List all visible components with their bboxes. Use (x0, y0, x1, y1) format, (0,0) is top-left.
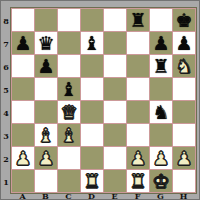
black-rook: ♜ (129, 9, 146, 31)
square-e4[interactable] (104, 101, 126, 123)
square-e2[interactable] (104, 147, 126, 169)
square-a3[interactable] (12, 124, 34, 146)
white-rook: ♜ (83, 170, 100, 192)
rank-label-2: 2 (1, 147, 11, 170)
square-b1[interactable] (35, 170, 57, 192)
square-g8[interactable] (150, 9, 172, 31)
square-g5[interactable] (150, 78, 172, 100)
square-b4[interactable] (35, 101, 57, 123)
square-e8[interactable] (104, 9, 126, 31)
white-bishop: ♝ (37, 124, 54, 146)
rank-label-1: 1 (1, 170, 11, 193)
square-a4[interactable] (12, 101, 34, 123)
white-pawn: ♟ (37, 147, 54, 169)
rank-labels: 87654321 (1, 9, 11, 193)
square-h2[interactable]: ♟ (173, 147, 195, 169)
black-bishop: ♝ (83, 32, 100, 54)
square-e1[interactable] (104, 170, 126, 192)
white-pawn: ♟ (152, 147, 169, 169)
square-a1[interactable] (12, 170, 34, 192)
square-h8[interactable]: ♚ (173, 9, 195, 31)
square-a8[interactable] (12, 9, 34, 31)
square-d7[interactable]: ♝ (81, 32, 103, 54)
rank-label-8: 8 (1, 9, 11, 32)
square-c6[interactable] (58, 55, 80, 77)
white-queen: ♛ (60, 101, 77, 123)
square-h6[interactable]: ♞ (173, 55, 195, 77)
black-bishop: ♝ (60, 78, 77, 100)
square-e5[interactable] (104, 78, 126, 100)
square-h3[interactable] (173, 124, 195, 146)
square-h4[interactable] (173, 101, 195, 123)
square-a5[interactable] (12, 78, 34, 100)
square-b7[interactable]: ♛ (35, 32, 57, 54)
black-king: ♚ (175, 9, 192, 31)
file-labels: ABCDEFGH (11, 192, 196, 200)
square-f1[interactable]: ♜ (127, 170, 149, 192)
square-b8[interactable] (35, 9, 57, 31)
file-label-g: G (149, 192, 172, 200)
square-c1[interactable] (58, 170, 80, 192)
square-b3[interactable]: ♝ (35, 124, 57, 146)
square-c2[interactable] (58, 147, 80, 169)
file-label-c: C (57, 192, 80, 200)
chess-board: ♜♚♟♛♝♟♟♟♜♞♝♛♞♝♝♟♟♟♟♟♜♜♚ (11, 8, 196, 193)
square-d4[interactable] (81, 101, 103, 123)
white-pawn: ♟ (175, 147, 192, 169)
square-g3[interactable] (150, 124, 172, 146)
square-g4[interactable]: ♞ (150, 101, 172, 123)
square-d1[interactable]: ♜ (81, 170, 103, 192)
white-pawn: ♟ (129, 147, 146, 169)
file-label-d: D (80, 192, 103, 200)
square-g7[interactable]: ♟ (150, 32, 172, 54)
square-a6[interactable] (12, 55, 34, 77)
square-a7[interactable]: ♟ (12, 32, 34, 54)
square-f3[interactable] (127, 124, 149, 146)
square-b5[interactable] (35, 78, 57, 100)
file-label-a: A (11, 192, 34, 200)
black-pawn: ♟ (175, 32, 192, 54)
white-rook: ♜ (129, 170, 146, 192)
square-c5[interactable]: ♝ (58, 78, 80, 100)
square-a2[interactable]: ♟ (12, 147, 34, 169)
square-h7[interactable]: ♟ (173, 32, 195, 54)
square-c8[interactable] (58, 9, 80, 31)
black-knight: ♞ (152, 101, 169, 123)
black-pawn: ♟ (14, 32, 31, 54)
square-f2[interactable]: ♟ (127, 147, 149, 169)
board-frame: 87654321 ♜♚♟♛♝♟♟♟♜♞♝♛♞♝♝♟♟♟♟♟♜♜♚ ABCDEFG… (0, 0, 200, 200)
square-c3[interactable]: ♝ (58, 124, 80, 146)
square-d5[interactable] (81, 78, 103, 100)
square-c7[interactable] (58, 32, 80, 54)
square-f4[interactable] (127, 101, 149, 123)
square-d3[interactable] (81, 124, 103, 146)
white-knight: ♞ (175, 55, 192, 77)
file-label-f: F (126, 192, 149, 200)
file-label-b: B (34, 192, 57, 200)
file-label-h: H (172, 192, 195, 200)
square-d8[interactable] (81, 9, 103, 31)
square-c4[interactable]: ♛ (58, 101, 80, 123)
square-e6[interactable] (104, 55, 126, 77)
square-f6[interactable] (127, 55, 149, 77)
square-f7[interactable] (127, 32, 149, 54)
square-g1[interactable]: ♚ (150, 170, 172, 192)
rank-label-4: 4 (1, 101, 11, 124)
black-rook: ♜ (152, 55, 169, 77)
rank-label-6: 6 (1, 55, 11, 78)
rank-label-3: 3 (1, 124, 11, 147)
black-queen: ♛ (37, 32, 54, 54)
white-king: ♚ (152, 170, 169, 192)
square-d2[interactable] (81, 147, 103, 169)
white-pawn: ♟ (14, 147, 31, 169)
square-g2[interactable]: ♟ (150, 147, 172, 169)
square-g6[interactable]: ♜ (150, 55, 172, 77)
square-d6[interactable] (81, 55, 103, 77)
square-b6[interactable]: ♟ (35, 55, 57, 77)
square-e7[interactable] (104, 32, 126, 54)
square-f5[interactable] (127, 78, 149, 100)
square-b2[interactable]: ♟ (35, 147, 57, 169)
square-h1[interactable] (173, 170, 195, 192)
rank-label-5: 5 (1, 78, 11, 101)
rank-label-7: 7 (1, 32, 11, 55)
black-pawn: ♟ (152, 32, 169, 54)
black-pawn: ♟ (37, 55, 54, 77)
square-h5[interactable] (173, 78, 195, 100)
white-bishop: ♝ (60, 124, 77, 146)
square-f8[interactable]: ♜ (127, 9, 149, 31)
file-label-e: E (103, 192, 126, 200)
square-e3[interactable] (104, 124, 126, 146)
